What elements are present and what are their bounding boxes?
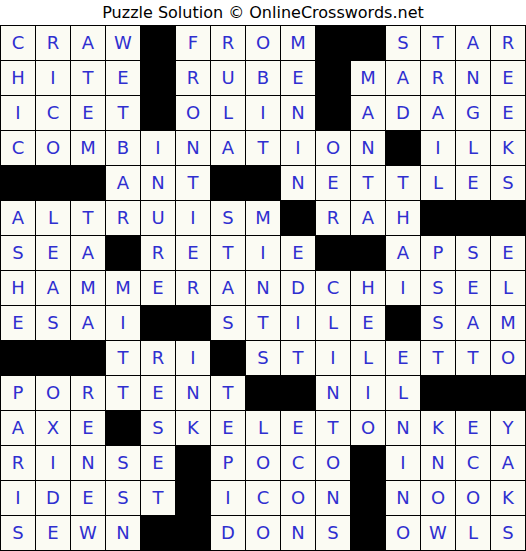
letter-cell: K — [176, 411, 211, 446]
letter-cell: N — [316, 376, 351, 411]
letter-cell: I — [141, 131, 176, 166]
letter-cell: L — [456, 516, 491, 551]
letter-cell: N — [71, 446, 106, 481]
letter-cell: S — [106, 481, 141, 516]
letter-cell: O — [246, 516, 281, 551]
black-cell — [316, 26, 351, 61]
letter-cell: H — [351, 271, 386, 306]
black-cell — [456, 201, 491, 236]
letter-cell: E — [456, 411, 491, 446]
black-cell — [421, 201, 456, 236]
letter-cell: E — [141, 446, 176, 481]
letter-cell: T — [211, 236, 246, 271]
letter-cell: T — [386, 166, 421, 201]
letter-cell: S — [456, 236, 491, 271]
letter-cell: N — [456, 61, 491, 96]
black-cell — [106, 411, 141, 446]
black-cell — [351, 481, 386, 516]
letter-cell: E — [106, 61, 141, 96]
letter-cell: I — [246, 236, 281, 271]
letter-cell: P — [211, 446, 246, 481]
letter-cell: R — [491, 26, 526, 61]
letter-cell: C — [1, 131, 36, 166]
letter-cell: N — [386, 481, 421, 516]
letter-cell: D — [36, 481, 71, 516]
letter-cell: W — [421, 516, 456, 551]
letter-cell: S — [106, 446, 141, 481]
letter-cell: I — [36, 446, 71, 481]
letter-cell: M — [491, 306, 526, 341]
letter-cell: L — [211, 96, 246, 131]
black-cell — [281, 376, 316, 411]
black-cell — [36, 341, 71, 376]
letter-cell: O — [491, 341, 526, 376]
letter-cell: E — [211, 411, 246, 446]
letter-cell: L — [386, 376, 421, 411]
black-cell — [316, 61, 351, 96]
black-cell — [351, 516, 386, 551]
letter-cell: L — [351, 341, 386, 376]
letter-cell: T — [281, 341, 316, 376]
black-cell — [141, 61, 176, 96]
letter-cell: I — [106, 306, 141, 341]
letter-cell: U — [141, 201, 176, 236]
letter-cell: E — [491, 61, 526, 96]
letter-cell: A — [491, 446, 526, 481]
letter-cell: S — [316, 516, 351, 551]
letter-cell: S — [211, 201, 246, 236]
letter-cell: A — [71, 26, 106, 61]
letter-cell: A — [71, 306, 106, 341]
letter-cell: T — [421, 26, 456, 61]
letter-cell: G — [456, 96, 491, 131]
letter-cell: M — [71, 271, 106, 306]
letter-cell: O — [246, 26, 281, 61]
letter-cell: A — [71, 236, 106, 271]
black-cell — [176, 516, 211, 551]
black-cell — [1, 341, 36, 376]
letter-cell: S — [421, 306, 456, 341]
letter-cell: C — [316, 271, 351, 306]
crossword-grid: CRAWFROMSTARHITERUBEMARNEICETOLINADAGECO… — [0, 25, 526, 551]
letter-cell: R — [141, 236, 176, 271]
letter-cell: E — [36, 236, 71, 271]
letter-cell: F — [176, 26, 211, 61]
letter-cell: S — [491, 516, 526, 551]
letter-cell: L — [491, 271, 526, 306]
letter-cell: A — [421, 96, 456, 131]
letter-cell: E — [456, 271, 491, 306]
letter-cell: R — [71, 376, 106, 411]
letter-cell: S — [211, 306, 246, 341]
letter-cell: U — [211, 61, 246, 96]
black-cell — [281, 201, 316, 236]
letter-cell: T — [176, 166, 211, 201]
black-cell — [36, 166, 71, 201]
letter-cell: I — [281, 306, 316, 341]
letter-cell: B — [106, 131, 141, 166]
letter-cell: D — [386, 96, 421, 131]
letter-cell: M — [351, 61, 386, 96]
black-cell — [316, 236, 351, 271]
letter-cell: M — [106, 271, 141, 306]
letter-cell: S — [1, 236, 36, 271]
letter-cell: N — [141, 166, 176, 201]
page-title: Puzzle Solution © OnlineCrosswords.net — [0, 0, 526, 25]
letter-cell: T — [351, 166, 386, 201]
letter-cell: R — [1, 446, 36, 481]
black-cell — [106, 236, 141, 271]
letter-cell: E — [141, 376, 176, 411]
letter-cell: E — [281, 236, 316, 271]
letter-cell: C — [456, 446, 491, 481]
letter-cell: X — [36, 411, 71, 446]
letter-cell: H — [1, 61, 36, 96]
letter-cell: T — [456, 341, 491, 376]
letter-cell: E — [491, 236, 526, 271]
letter-cell: S — [36, 306, 71, 341]
letter-cell: T — [246, 131, 281, 166]
letter-cell: A — [211, 131, 246, 166]
letter-cell: N — [386, 411, 421, 446]
letter-cell: L — [421, 166, 456, 201]
letter-cell: C — [246, 481, 281, 516]
black-cell — [351, 26, 386, 61]
letter-cell: A — [351, 96, 386, 131]
letter-cell: K — [491, 481, 526, 516]
letter-cell: O — [36, 376, 71, 411]
letter-cell: S — [1, 516, 36, 551]
letter-cell: R — [141, 341, 176, 376]
letter-cell: I — [421, 131, 456, 166]
letter-cell: I — [386, 271, 421, 306]
letter-cell: T — [211, 376, 246, 411]
letter-cell: I — [351, 376, 386, 411]
letter-cell: P — [421, 236, 456, 271]
letter-cell: O — [316, 131, 351, 166]
letter-cell: E — [36, 516, 71, 551]
letter-cell: O — [421, 481, 456, 516]
black-cell — [246, 376, 281, 411]
letter-cell: R — [421, 61, 456, 96]
letter-cell: N — [421, 446, 456, 481]
letter-cell: A — [386, 236, 421, 271]
letter-cell: C — [36, 96, 71, 131]
letter-cell: O — [351, 411, 386, 446]
letter-cell: O — [281, 481, 316, 516]
black-cell — [141, 516, 176, 551]
black-cell — [491, 201, 526, 236]
letter-cell: C — [281, 446, 316, 481]
letter-cell: A — [106, 166, 141, 201]
letter-cell: A — [456, 26, 491, 61]
letter-cell: S — [246, 341, 281, 376]
letter-cell: R — [176, 271, 211, 306]
black-cell — [351, 236, 386, 271]
letter-cell: E — [71, 96, 106, 131]
letter-cell: N — [351, 131, 386, 166]
letter-cell: A — [1, 201, 36, 236]
letter-cell: I — [211, 481, 246, 516]
letter-cell: I — [176, 201, 211, 236]
black-cell — [246, 166, 281, 201]
letter-cell: L — [316, 306, 351, 341]
letter-cell: E — [491, 96, 526, 131]
letter-cell: O — [316, 446, 351, 481]
letter-cell: E — [316, 166, 351, 201]
letter-cell: I — [316, 341, 351, 376]
letter-cell: L — [36, 201, 71, 236]
black-cell — [211, 341, 246, 376]
letter-cell: M — [281, 26, 316, 61]
letter-cell: O — [386, 516, 421, 551]
letter-cell: N — [176, 131, 211, 166]
letter-cell: A — [211, 271, 246, 306]
black-cell — [456, 376, 491, 411]
letter-cell: L — [456, 131, 491, 166]
letter-cell: E — [71, 411, 106, 446]
letter-cell: I — [281, 131, 316, 166]
letter-cell: S — [386, 26, 421, 61]
black-cell — [351, 446, 386, 481]
black-cell — [386, 306, 421, 341]
black-cell — [176, 446, 211, 481]
letter-cell: I — [176, 341, 211, 376]
letter-cell: N — [176, 376, 211, 411]
letter-cell: M — [71, 131, 106, 166]
letter-cell: O — [36, 131, 71, 166]
letter-cell: R — [36, 26, 71, 61]
letter-cell: A — [1, 411, 36, 446]
letter-cell: I — [386, 446, 421, 481]
letter-cell: D — [281, 271, 316, 306]
black-cell — [176, 481, 211, 516]
letter-cell: E — [456, 166, 491, 201]
letter-cell: E — [71, 481, 106, 516]
letter-cell: O — [246, 446, 281, 481]
letter-cell: N — [281, 166, 316, 201]
black-cell — [71, 166, 106, 201]
letter-cell: E — [141, 271, 176, 306]
letter-cell: N — [246, 271, 281, 306]
letter-cell: I — [1, 481, 36, 516]
black-cell — [176, 306, 211, 341]
letter-cell: E — [281, 411, 316, 446]
letter-cell: A — [351, 201, 386, 236]
black-cell — [421, 376, 456, 411]
letter-cell: I — [36, 61, 71, 96]
letter-cell: E — [351, 306, 386, 341]
letter-cell: L — [246, 411, 281, 446]
letter-cell: R — [106, 201, 141, 236]
letter-cell: T — [106, 96, 141, 131]
letter-cell: T — [141, 481, 176, 516]
black-cell — [141, 26, 176, 61]
letter-cell: T — [316, 411, 351, 446]
letter-cell: H — [1, 271, 36, 306]
letter-cell: B — [246, 61, 281, 96]
letter-cell: E — [176, 236, 211, 271]
letter-cell: M — [246, 201, 281, 236]
letter-cell: D — [211, 516, 246, 551]
letter-cell: S — [421, 271, 456, 306]
letter-cell: H — [386, 201, 421, 236]
letter-cell: T — [246, 306, 281, 341]
letter-cell: N — [281, 96, 316, 131]
letter-cell: T — [421, 341, 456, 376]
letter-cell: S — [491, 166, 526, 201]
letter-cell: N — [316, 481, 351, 516]
letter-cell: A — [456, 306, 491, 341]
letter-cell: T — [71, 61, 106, 96]
letter-cell: A — [36, 271, 71, 306]
letter-cell: N — [106, 516, 141, 551]
letter-cell: T — [106, 341, 141, 376]
black-cell — [211, 166, 246, 201]
black-cell — [1, 166, 36, 201]
letter-cell: E — [1, 306, 36, 341]
letter-cell: R — [176, 61, 211, 96]
black-cell — [71, 341, 106, 376]
letter-cell: E — [386, 341, 421, 376]
letter-cell: N — [281, 516, 316, 551]
black-cell — [316, 96, 351, 131]
letter-cell: I — [246, 96, 281, 131]
letter-cell: K — [491, 131, 526, 166]
letter-cell: Y — [491, 411, 526, 446]
letter-cell: P — [1, 376, 36, 411]
black-cell — [491, 376, 526, 411]
black-cell — [141, 96, 176, 131]
letter-cell: I — [1, 96, 36, 131]
letter-cell: A — [386, 61, 421, 96]
letter-cell: O — [176, 96, 211, 131]
letter-cell: S — [141, 411, 176, 446]
letter-cell: O — [456, 481, 491, 516]
letter-cell: E — [281, 61, 316, 96]
letter-cell: K — [421, 411, 456, 446]
letter-cell: R — [211, 26, 246, 61]
letter-cell: R — [316, 201, 351, 236]
letter-cell: T — [71, 201, 106, 236]
black-cell — [386, 131, 421, 166]
letter-cell: C — [1, 26, 36, 61]
letter-cell: W — [71, 516, 106, 551]
letter-cell: T — [106, 376, 141, 411]
letter-cell: W — [106, 26, 141, 61]
black-cell — [141, 306, 176, 341]
